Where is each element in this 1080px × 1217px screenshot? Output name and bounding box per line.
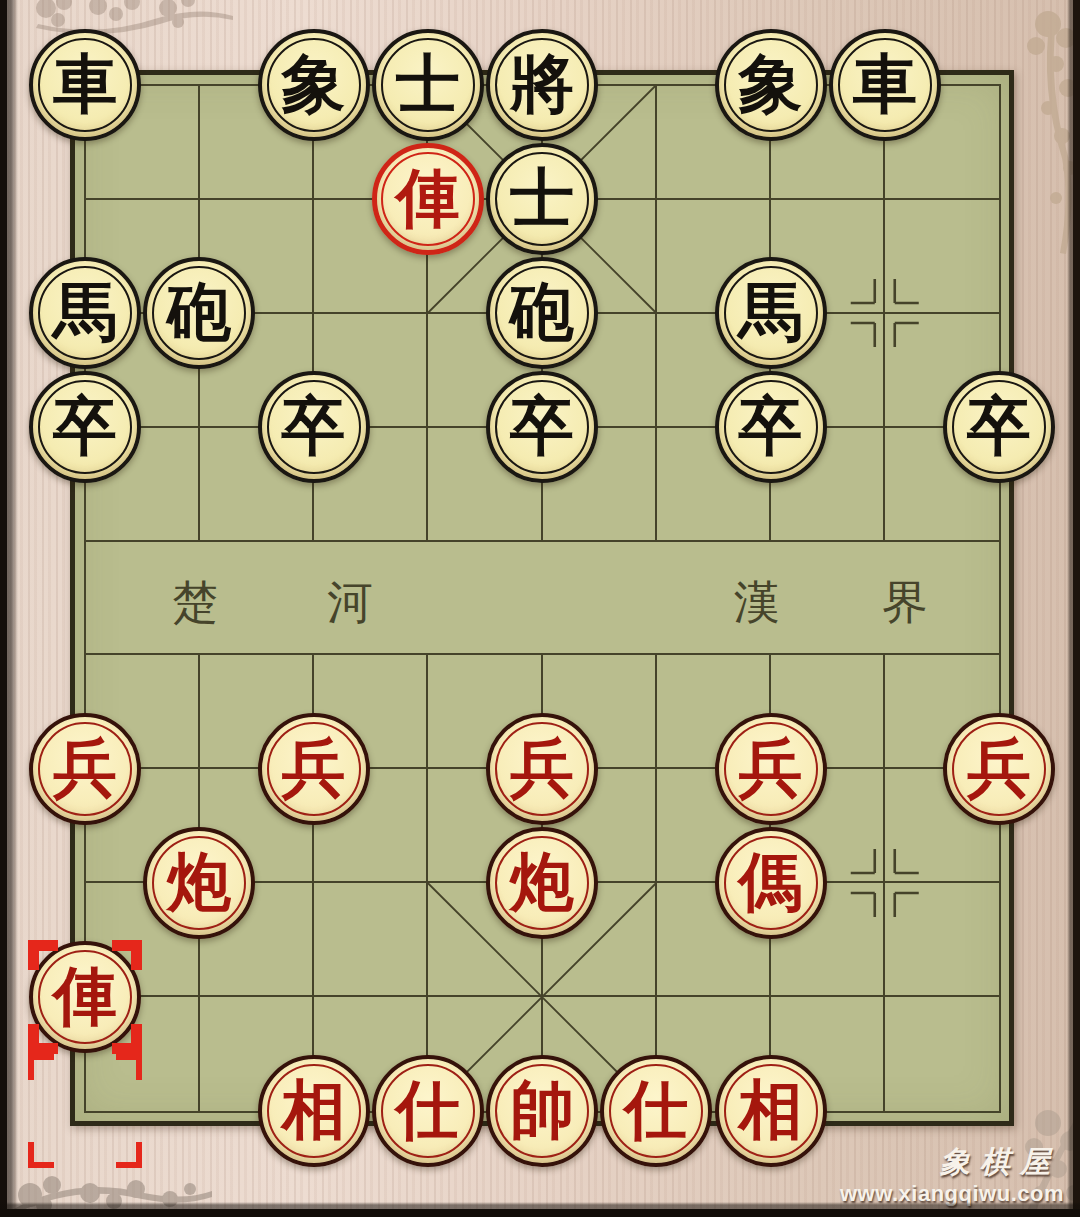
piece-character: 砲: [490, 261, 594, 365]
xiangqi-app-screen: 楚 河 漢 界 車象士將象車俥士馬砲砲馬卒卒卒卒卒兵兵兵兵兵炮炮傌俥相仕帥仕相 …: [0, 0, 1080, 1217]
piece-character: 士: [490, 147, 594, 251]
piece-red-general[interactable]: 帥: [486, 1055, 598, 1167]
piece-character: 炮: [490, 831, 594, 935]
board-cell: [428, 542, 542, 656]
piece-black-soldier[interactable]: 卒: [29, 371, 141, 483]
piece-red-chariot[interactable]: 俥: [29, 941, 141, 1053]
piece-red-chariot[interactable]: 俥: [372, 143, 484, 255]
piece-character: 仕: [376, 1059, 480, 1163]
river-label-chu: 楚: [165, 572, 225, 634]
piece-character: 兵: [719, 717, 823, 821]
bracket-corner-icon: [116, 1142, 142, 1168]
bracket-corner-icon: [28, 1054, 54, 1080]
piece-black-advisor[interactable]: 士: [486, 143, 598, 255]
piece-character: 兵: [947, 717, 1051, 821]
piece-character: 砲: [147, 261, 251, 365]
piece-character: 俥: [377, 148, 479, 250]
piece-red-advisor[interactable]: 仕: [372, 1055, 484, 1167]
watermark: 象棋屋 www.xiangqiwu.com: [840, 1142, 1064, 1207]
piece-red-cannon[interactable]: 炮: [486, 827, 598, 939]
watermark-site-url: www.xiangqiwu.com: [840, 1181, 1064, 1207]
piece-character: 俥: [33, 945, 137, 1049]
river-label-jie: 界: [875, 572, 935, 634]
piece-character: 仕: [604, 1059, 708, 1163]
piece-red-soldier[interactable]: 兵: [715, 713, 827, 825]
piece-red-soldier[interactable]: 兵: [258, 713, 370, 825]
piece-black-cannon[interactable]: 砲: [486, 257, 598, 369]
piece-black-horse[interactable]: 馬: [29, 257, 141, 369]
piece-black-elephant[interactable]: 象: [258, 29, 370, 141]
piece-character: 炮: [147, 831, 251, 935]
piece-character: 卒: [947, 375, 1051, 479]
piece-character: 象: [262, 33, 366, 137]
piece-character: 卒: [719, 375, 823, 479]
piece-character: 車: [833, 33, 937, 137]
piece-character: 馬: [719, 261, 823, 365]
piece-character: 兵: [33, 717, 137, 821]
piece-character: 卒: [33, 375, 137, 479]
bracket-corner-icon: [28, 1142, 54, 1168]
board-cell: [885, 883, 999, 997]
board-cell: [885, 997, 999, 1111]
piece-red-soldier[interactable]: 兵: [943, 713, 1055, 825]
piece-black-chariot[interactable]: 車: [29, 29, 141, 141]
piece-character: 兵: [490, 717, 594, 821]
board-cell: [543, 542, 657, 656]
piece-red-cannon[interactable]: 炮: [143, 827, 255, 939]
piece-character: 馬: [33, 261, 137, 365]
piece-black-cannon[interactable]: 砲: [143, 257, 255, 369]
piece-character: 相: [262, 1059, 366, 1163]
piece-character: 象: [719, 33, 823, 137]
piece-black-soldier[interactable]: 卒: [486, 371, 598, 483]
piece-black-chariot[interactable]: 車: [829, 29, 941, 141]
piece-character: 將: [490, 33, 594, 137]
board-cell: [885, 200, 999, 314]
screen-edge-right: [1067, 0, 1080, 1217]
piece-character: 相: [719, 1059, 823, 1163]
board-cell: [314, 883, 428, 997]
piece-character: 傌: [719, 831, 823, 935]
piece-black-general[interactable]: 將: [486, 29, 598, 141]
piece-character: 車: [33, 33, 137, 137]
piece-red-horse[interactable]: 傌: [715, 827, 827, 939]
piece-red-elephant[interactable]: 相: [715, 1055, 827, 1167]
piece-red-soldier[interactable]: 兵: [29, 713, 141, 825]
board-cell: [771, 542, 885, 656]
piece-black-horse[interactable]: 馬: [715, 257, 827, 369]
watermark-brand: 象棋屋: [840, 1142, 1060, 1183]
piece-character: 卒: [262, 375, 366, 479]
piece-character: 兵: [262, 717, 366, 821]
river-label-he: 河: [320, 572, 380, 634]
river-label-han: 漢: [727, 572, 787, 634]
piece-character: 士: [376, 33, 480, 137]
piece-black-advisor[interactable]: 士: [372, 29, 484, 141]
piece-character: 卒: [490, 375, 594, 479]
piece-character: 帥: [490, 1059, 594, 1163]
piece-black-soldier[interactable]: 卒: [715, 371, 827, 483]
piece-red-elephant[interactable]: 相: [258, 1055, 370, 1167]
piece-black-elephant[interactable]: 象: [715, 29, 827, 141]
screen-edge-left: [0, 0, 18, 1217]
piece-black-soldier[interactable]: 卒: [258, 371, 370, 483]
floral-decoration-bottom-left-icon: [4, 1141, 214, 1215]
piece-red-advisor[interactable]: 仕: [600, 1055, 712, 1167]
piece-black-soldier[interactable]: 卒: [943, 371, 1055, 483]
piece-red-soldier[interactable]: 兵: [486, 713, 598, 825]
